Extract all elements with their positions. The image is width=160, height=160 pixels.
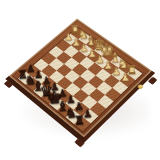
chess-board-grid: ♜♞♝♛♚♝♞♜♟♟♟♟♟♟♟♟♟♟♟♟♟♟♟♟♜♞♝♛♚♝♞♜ bbox=[18, 28, 142, 132]
board-foot-near bbox=[74, 138, 85, 148]
square-f7: ♟ bbox=[65, 96, 81, 110]
product-photo-chess-set: ♜♞♝♛♚♝♞♜♟♟♟♟♟♟♟♟♟♟♟♟♟♟♟♟♜♞♝♛♚♝♞♜ bbox=[0, 0, 160, 160]
board-foot-left bbox=[4, 80, 14, 88]
photo-scene: ♜♞♝♛♚♝♞♜♟♟♟♟♟♟♟♟♟♟♟♟♟♟♟♟♜♞♝♛♚♝♞♜ bbox=[0, 0, 160, 160]
square-a8: ♜ bbox=[18, 72, 33, 85]
brass-clasp-icon bbox=[137, 84, 144, 90]
board-foot-right bbox=[148, 77, 158, 85]
chess-board: ♜♞♝♛♚♝♞♜♟♟♟♟♟♟♟♟♟♟♟♟♟♟♟♟♜♞♝♛♚♝♞♜ bbox=[5, 18, 155, 143]
